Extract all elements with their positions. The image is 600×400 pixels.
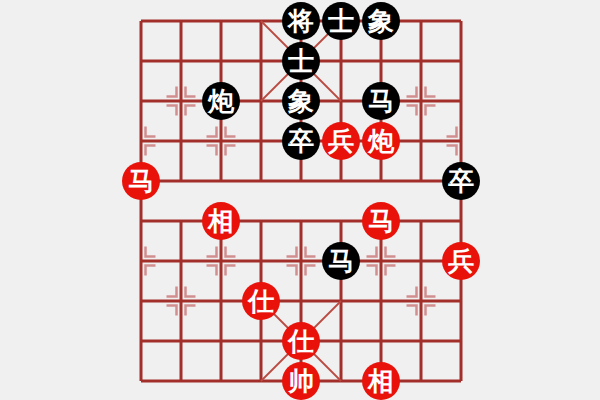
piece-red-advisor[interactable]: 仕 [242,282,280,320]
piece-black-general[interactable]: 将 [282,2,320,40]
board-point [321,201,361,241]
board-point [121,121,161,161]
board-point [241,121,281,161]
board-point [241,201,281,241]
piece-red-cannon[interactable]: 炮 [362,122,400,160]
board-point: 马 [361,201,401,241]
xiangqi-board: 将士象士炮象马卒兵炮马卒相马马兵仕仕帅相 [121,1,481,400]
xiangqi-app-background: 将士象士炮象马卒兵炮马卒相马马兵仕仕帅相 [0,0,600,400]
board-point [201,361,241,400]
board-point [161,121,201,161]
board-point [321,281,361,321]
board-point [281,281,321,321]
piece-red-horse[interactable]: 马 [122,162,160,200]
board-point [321,41,361,81]
board-point [401,361,441,400]
board-point [321,161,361,201]
board-point [401,81,441,121]
piece-black-soldier[interactable]: 卒 [442,162,480,200]
board-point [321,321,361,361]
board-point [441,81,481,121]
board-point [161,281,201,321]
board-point [401,41,441,81]
board-point [161,361,201,400]
piece-red-elephant[interactable]: 相 [362,362,400,400]
board-point: 卒 [441,161,481,201]
board-point [201,241,241,281]
board-point [121,241,161,281]
board-point: 相 [361,361,401,400]
board-point: 炮 [361,121,401,161]
board-point [201,321,241,361]
piece-red-soldier[interactable]: 兵 [442,242,480,280]
piece-black-advisor[interactable]: 士 [282,42,320,80]
piece-red-advisor[interactable]: 仕 [282,322,320,360]
board-point [201,1,241,41]
board-point [241,241,281,281]
board-point [361,41,401,81]
piece-black-horse[interactable]: 马 [362,82,400,120]
board-point [441,41,481,81]
board-point: 兵 [441,241,481,281]
board-point [121,41,161,81]
board-point [281,241,321,281]
piece-red-general[interactable]: 帅 [282,362,320,400]
board-point [441,121,481,161]
board-point: 炮 [201,81,241,121]
board-point [241,361,281,400]
board-point: 士 [321,1,361,41]
board-point [161,81,201,121]
board-point [201,41,241,81]
board-point [161,201,201,241]
board-point: 士 [281,41,321,81]
board-point [241,161,281,201]
board-point: 仕 [281,321,321,361]
board-point [441,201,481,241]
board-point [121,1,161,41]
board-point [161,321,201,361]
board-point: 仕 [241,281,281,321]
board-point [201,161,241,201]
board-point [361,241,401,281]
board-point [401,321,441,361]
board-point [161,241,201,281]
board-point [121,361,161,400]
board-point: 马 [321,241,361,281]
board-point: 相 [201,201,241,241]
board-point: 象 [361,1,401,41]
board-point [441,1,481,41]
piece-black-advisor[interactable]: 士 [322,2,360,40]
board-point: 马 [361,81,401,121]
board-point: 将 [281,1,321,41]
board-point: 兵 [321,121,361,161]
piece-black-horse[interactable]: 马 [322,242,360,280]
board-point [121,281,161,321]
board-point [441,321,481,361]
board-point [241,41,281,81]
board-point: 帅 [281,361,321,400]
board-point [321,81,361,121]
board-point [361,281,401,321]
board-point [201,281,241,321]
piece-black-elephant[interactable]: 象 [282,82,320,120]
board-point [281,201,321,241]
board-point [241,321,281,361]
board-point [401,241,441,281]
board-point [161,1,201,41]
board-point [441,281,481,321]
board-point [121,321,161,361]
board-point [401,281,441,321]
piece-black-soldier[interactable]: 卒 [282,122,320,160]
board-point [401,1,441,41]
piece-red-horse[interactable]: 马 [362,202,400,240]
board-point [401,121,441,161]
piece-red-elephant[interactable]: 相 [202,202,240,240]
piece-red-soldier[interactable]: 兵 [322,122,360,160]
board-point [241,1,281,41]
board-point [361,161,401,201]
board-point: 卒 [281,121,321,161]
piece-black-elephant[interactable]: 象 [362,2,400,40]
board-point [401,161,441,201]
board-point: 马 [121,161,161,201]
piece-black-cannon[interactable]: 炮 [202,82,240,120]
board-point [321,361,361,400]
board-point [121,81,161,121]
board-point [281,161,321,201]
board-point [241,81,281,121]
board-point [401,201,441,241]
board-point [361,321,401,361]
board-point [161,161,201,201]
board-point: 象 [281,81,321,121]
board-point [441,361,481,400]
board-point [121,201,161,241]
board-point [201,121,241,161]
board-point [161,41,201,81]
